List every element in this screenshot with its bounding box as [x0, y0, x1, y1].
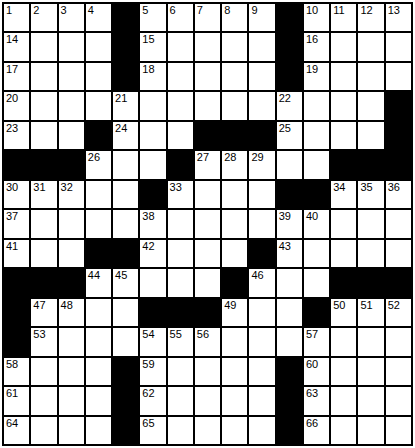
white-cell[interactable]	[195, 181, 220, 208]
white-cell[interactable]	[249, 63, 274, 90]
clue-number: 16	[306, 33, 318, 46]
black-cell	[113, 417, 138, 444]
white-cell[interactable]	[195, 269, 220, 296]
black-cell	[140, 181, 165, 208]
white-cell[interactable]: 33	[168, 181, 193, 208]
white-cell[interactable]: 49	[222, 299, 247, 326]
white-cell[interactable]	[386, 240, 411, 267]
black-cell	[168, 299, 193, 326]
clue-number: 42	[142, 240, 154, 253]
white-cell[interactable]	[31, 210, 56, 237]
clue-number: 64	[6, 417, 18, 430]
clue-number: 13	[388, 4, 400, 17]
clue-number: 45	[115, 269, 127, 282]
white-cell[interactable]	[304, 240, 329, 267]
black-cell	[386, 122, 411, 149]
clue-number: 35	[360, 181, 372, 194]
clue-number: 19	[306, 63, 318, 76]
black-cell	[31, 269, 56, 296]
white-cell[interactable]	[358, 240, 383, 267]
white-cell[interactable]	[113, 328, 138, 355]
white-cell[interactable]	[222, 33, 247, 60]
white-cell[interactable]	[31, 122, 56, 149]
clue-number: 34	[333, 181, 345, 194]
clue-number: 2	[33, 4, 39, 17]
clue-number: 5	[142, 4, 148, 17]
white-cell[interactable]: 23	[4, 122, 29, 149]
white-cell[interactable]: 5	[140, 4, 165, 31]
white-cell[interactable]: 32	[59, 181, 84, 208]
white-cell[interactable]: 12	[358, 4, 383, 31]
white-cell[interactable]: 24	[113, 122, 138, 149]
white-cell[interactable]: 55	[168, 328, 193, 355]
clue-number: 48	[61, 299, 73, 312]
clue-number: 18	[142, 63, 154, 76]
white-cell[interactable]	[59, 122, 84, 149]
white-cell[interactable]	[386, 33, 411, 60]
white-cell[interactable]: 47	[31, 299, 56, 326]
white-cell[interactable]	[358, 417, 383, 444]
clue-number: 61	[6, 387, 18, 400]
white-cell[interactable]	[86, 299, 111, 326]
white-cell[interactable]	[31, 417, 56, 444]
white-cell[interactable]	[168, 33, 193, 60]
clue-number: 25	[279, 122, 291, 135]
white-cell[interactable]: 8	[222, 4, 247, 31]
black-cell	[59, 151, 84, 178]
clue-number: 49	[224, 299, 236, 312]
white-cell[interactable]: 44	[86, 269, 111, 296]
white-cell[interactable]	[86, 417, 111, 444]
clue-number: 21	[115, 92, 127, 105]
white-cell[interactable]	[249, 33, 274, 60]
black-cell	[113, 240, 138, 267]
clue-number: 56	[197, 328, 209, 341]
white-cell[interactable]	[31, 92, 56, 119]
white-cell[interactable]: 2	[31, 4, 56, 31]
white-cell[interactable]: 19	[304, 63, 329, 90]
clue-number: 20	[6, 92, 18, 105]
white-cell[interactable]: 34	[331, 181, 356, 208]
black-cell	[59, 269, 84, 296]
white-cell[interactable]: 43	[277, 240, 302, 267]
white-cell[interactable]: 36	[386, 181, 411, 208]
white-cell[interactable]	[140, 122, 165, 149]
white-cell[interactable]	[222, 417, 247, 444]
white-cell[interactable]	[222, 63, 247, 90]
clue-number: 3	[61, 4, 67, 17]
clue-number: 30	[6, 181, 18, 194]
white-cell[interactable]	[331, 417, 356, 444]
white-cell[interactable]	[304, 122, 329, 149]
black-cell	[277, 33, 302, 60]
clue-number: 46	[251, 269, 263, 282]
white-cell[interactable]	[249, 210, 274, 237]
white-cell[interactable]	[59, 387, 84, 414]
white-cell[interactable]	[358, 33, 383, 60]
white-cell[interactable]	[168, 122, 193, 149]
black-cell	[4, 269, 29, 296]
white-cell[interactable]	[222, 92, 247, 119]
white-cell[interactable]: 25	[277, 122, 302, 149]
white-cell[interactable]	[358, 122, 383, 149]
white-cell[interactable]: 60	[304, 358, 329, 385]
clue-number: 59	[142, 358, 154, 371]
white-cell[interactable]	[222, 358, 247, 385]
clue-number: 10	[306, 4, 318, 17]
white-cell[interactable]: 15	[140, 33, 165, 60]
white-cell[interactable]	[304, 269, 329, 296]
white-cell[interactable]	[168, 269, 193, 296]
white-cell[interactable]: 7	[195, 4, 220, 31]
clue-number: 62	[142, 387, 154, 400]
white-cell[interactable]	[331, 63, 356, 90]
white-cell[interactable]	[86, 387, 111, 414]
black-cell	[195, 122, 220, 149]
white-cell[interactable]: 64	[4, 417, 29, 444]
white-cell[interactable]	[195, 417, 220, 444]
white-cell[interactable]: 3	[59, 4, 84, 31]
white-cell[interactable]: 22	[277, 92, 302, 119]
white-cell[interactable]	[86, 33, 111, 60]
clue-number: 28	[224, 151, 236, 164]
clue-number: 39	[279, 210, 291, 223]
black-cell	[304, 299, 329, 326]
white-cell[interactable]	[168, 63, 193, 90]
white-cell[interactable]: 11	[331, 4, 356, 31]
white-cell[interactable]	[358, 210, 383, 237]
white-cell[interactable]	[168, 358, 193, 385]
clue-number: 51	[360, 299, 372, 312]
clue-number: 58	[6, 358, 18, 371]
white-cell[interactable]	[31, 387, 56, 414]
clue-number: 40	[306, 210, 318, 223]
black-cell	[31, 151, 56, 178]
black-cell	[222, 122, 247, 149]
white-cell[interactable]	[195, 63, 220, 90]
white-cell[interactable]: 18	[140, 63, 165, 90]
white-cell[interactable]: 52	[386, 299, 411, 326]
white-cell[interactable]	[222, 240, 247, 267]
clue-number: 4	[88, 4, 94, 17]
white-cell[interactable]	[304, 151, 329, 178]
white-cell[interactable]: 41	[4, 240, 29, 267]
white-cell[interactable]	[168, 92, 193, 119]
white-cell[interactable]: 38	[140, 210, 165, 237]
clue-number: 57	[306, 328, 318, 341]
white-cell[interactable]	[331, 358, 356, 385]
white-cell[interactable]	[195, 240, 220, 267]
black-cell	[304, 181, 329, 208]
clue-number: 32	[61, 181, 73, 194]
clue-number: 31	[33, 181, 45, 194]
clue-number: 22	[279, 92, 291, 105]
black-cell	[86, 122, 111, 149]
white-cell[interactable]	[358, 63, 383, 90]
white-cell[interactable]: 13	[386, 4, 411, 31]
clue-number: 33	[170, 181, 182, 194]
white-cell[interactable]	[249, 92, 274, 119]
clue-number: 38	[142, 210, 154, 223]
white-cell[interactable]: 48	[59, 299, 84, 326]
white-cell[interactable]	[113, 299, 138, 326]
white-cell[interactable]	[277, 151, 302, 178]
clue-number: 53	[33, 328, 45, 341]
white-cell[interactable]	[86, 63, 111, 90]
white-cell[interactable]	[249, 387, 274, 414]
crossword-grid: 1234567891011121314151617181920212223242…	[2, 2, 413, 446]
white-cell[interactable]	[31, 240, 56, 267]
clue-number: 1	[6, 4, 12, 17]
white-cell[interactable]	[195, 387, 220, 414]
black-cell	[277, 417, 302, 444]
white-cell[interactable]	[249, 417, 274, 444]
white-cell[interactable]: 54	[140, 328, 165, 355]
black-cell	[277, 4, 302, 31]
white-cell[interactable]: 66	[304, 417, 329, 444]
white-cell[interactable]	[195, 210, 220, 237]
black-cell	[168, 151, 193, 178]
black-cell	[277, 358, 302, 385]
page: 1234567891011121314151617181920212223242…	[0, 0, 415, 448]
clue-number: 44	[88, 269, 100, 282]
white-cell[interactable]	[222, 387, 247, 414]
clue-number: 66	[306, 417, 318, 430]
white-cell[interactable]	[331, 33, 356, 60]
white-cell[interactable]: 1	[4, 4, 29, 31]
black-cell	[386, 92, 411, 119]
white-cell[interactable]	[31, 63, 56, 90]
black-cell	[113, 63, 138, 90]
white-cell[interactable]	[59, 33, 84, 60]
white-cell[interactable]	[113, 151, 138, 178]
clue-number: 54	[142, 328, 154, 341]
white-cell[interactable]: 17	[4, 63, 29, 90]
white-cell[interactable]	[59, 92, 84, 119]
black-cell	[386, 269, 411, 296]
black-cell	[277, 63, 302, 90]
white-cell[interactable]	[168, 417, 193, 444]
white-cell[interactable]	[140, 92, 165, 119]
white-cell[interactable]	[86, 181, 111, 208]
white-cell[interactable]: 26	[86, 151, 111, 178]
white-cell[interactable]	[113, 181, 138, 208]
clue-number: 41	[6, 240, 18, 253]
white-cell[interactable]	[31, 33, 56, 60]
black-cell	[386, 151, 411, 178]
white-cell[interactable]	[168, 240, 193, 267]
white-cell[interactable]	[249, 299, 274, 326]
white-cell[interactable]	[304, 92, 329, 119]
white-cell[interactable]: 62	[140, 387, 165, 414]
white-cell[interactable]: 30	[4, 181, 29, 208]
white-cell[interactable]	[31, 358, 56, 385]
white-cell[interactable]: 31	[31, 181, 56, 208]
clue-number: 36	[388, 181, 400, 194]
white-cell[interactable]: 28	[222, 151, 247, 178]
white-cell[interactable]: 27	[195, 151, 220, 178]
clue-number: 47	[33, 299, 45, 312]
white-cell[interactable]: 21	[113, 92, 138, 119]
white-cell[interactable]	[358, 92, 383, 119]
white-cell[interactable]	[249, 358, 274, 385]
white-cell[interactable]: 4	[86, 4, 111, 31]
white-cell[interactable]	[386, 358, 411, 385]
white-cell[interactable]	[168, 210, 193, 237]
clue-number: 55	[170, 328, 182, 341]
black-cell	[113, 4, 138, 31]
clue-number: 60	[306, 358, 318, 371]
white-cell[interactable]	[277, 299, 302, 326]
white-cell[interactable]	[168, 387, 193, 414]
white-cell[interactable]	[277, 269, 302, 296]
white-cell[interactable]: 61	[4, 387, 29, 414]
white-cell[interactable]	[86, 328, 111, 355]
white-cell[interactable]	[386, 210, 411, 237]
clue-number: 52	[388, 299, 400, 312]
black-cell	[195, 299, 220, 326]
clue-number: 29	[251, 151, 263, 164]
white-cell[interactable]: 20	[4, 92, 29, 119]
black-cell	[277, 181, 302, 208]
clue-number: 23	[6, 122, 18, 135]
white-cell[interactable]: 65	[140, 417, 165, 444]
white-cell[interactable]	[86, 210, 111, 237]
white-cell[interactable]	[386, 328, 411, 355]
white-cell[interactable]	[331, 210, 356, 237]
black-cell	[4, 151, 29, 178]
white-cell[interactable]: 53	[31, 328, 56, 355]
white-cell[interactable]: 16	[304, 33, 329, 60]
white-cell[interactable]: 51	[358, 299, 383, 326]
white-cell[interactable]	[195, 92, 220, 119]
white-cell[interactable]	[59, 417, 84, 444]
clue-number: 14	[6, 33, 18, 46]
white-cell[interactable]: 56	[195, 328, 220, 355]
white-cell[interactable]	[249, 328, 274, 355]
white-cell[interactable]: 14	[4, 33, 29, 60]
clue-number: 65	[142, 417, 154, 430]
white-cell[interactable]	[249, 181, 274, 208]
black-cell	[249, 122, 274, 149]
white-cell[interactable]	[386, 387, 411, 414]
white-cell[interactable]	[59, 210, 84, 237]
white-cell[interactable]: 50	[331, 299, 356, 326]
black-cell	[113, 387, 138, 414]
white-cell[interactable]	[222, 328, 247, 355]
black-cell	[113, 358, 138, 385]
white-cell[interactable]	[331, 122, 356, 149]
white-cell[interactable]: 58	[4, 358, 29, 385]
white-cell[interactable]	[331, 240, 356, 267]
clue-number: 15	[142, 33, 154, 46]
black-cell	[113, 33, 138, 60]
white-cell[interactable]: 9	[249, 4, 274, 31]
black-cell	[222, 269, 247, 296]
black-cell	[140, 299, 165, 326]
black-cell	[4, 299, 29, 326]
clue-number: 43	[279, 240, 291, 253]
white-cell[interactable]	[59, 328, 84, 355]
white-cell[interactable]	[222, 210, 247, 237]
clue-number: 26	[88, 151, 100, 164]
black-cell	[331, 151, 356, 178]
white-cell[interactable]: 46	[249, 269, 274, 296]
white-cell[interactable]	[277, 328, 302, 355]
white-cell[interactable]: 40	[304, 210, 329, 237]
white-cell[interactable]	[113, 210, 138, 237]
white-cell[interactable]: 35	[358, 181, 383, 208]
black-cell	[249, 240, 274, 267]
clue-number: 6	[170, 4, 176, 17]
black-cell	[331, 269, 356, 296]
clue-number: 7	[197, 4, 203, 17]
black-cell	[358, 269, 383, 296]
white-cell[interactable]	[331, 92, 356, 119]
white-cell[interactable]: 6	[168, 4, 193, 31]
white-cell[interactable]	[86, 92, 111, 119]
white-cell[interactable]: 59	[140, 358, 165, 385]
white-cell[interactable]: 63	[304, 387, 329, 414]
white-cell[interactable]	[59, 240, 84, 267]
clue-number: 24	[115, 122, 127, 135]
white-cell[interactable]	[386, 63, 411, 90]
black-cell	[86, 240, 111, 267]
white-cell[interactable]	[86, 358, 111, 385]
white-cell[interactable]: 10	[304, 4, 329, 31]
white-cell[interactable]	[222, 181, 247, 208]
clue-number: 11	[333, 4, 344, 17]
white-cell[interactable]: 42	[140, 240, 165, 267]
white-cell[interactable]	[331, 328, 356, 355]
white-cell[interactable]	[358, 358, 383, 385]
clue-number: 9	[251, 4, 257, 17]
white-cell[interactable]: 57	[304, 328, 329, 355]
black-cell	[358, 151, 383, 178]
white-cell[interactable]	[140, 269, 165, 296]
white-cell[interactable]: 37	[4, 210, 29, 237]
white-cell[interactable]	[386, 417, 411, 444]
clue-number: 27	[197, 151, 209, 164]
black-cell	[277, 387, 302, 414]
white-cell[interactable]	[195, 358, 220, 385]
clue-number: 63	[306, 387, 318, 400]
black-cell	[4, 328, 29, 355]
white-cell[interactable]: 29	[249, 151, 274, 178]
white-cell[interactable]	[140, 151, 165, 178]
clue-number: 12	[360, 4, 372, 17]
white-cell[interactable]	[59, 63, 84, 90]
clue-number: 17	[6, 63, 18, 76]
clue-number: 50	[333, 299, 345, 312]
white-cell[interactable]	[59, 358, 84, 385]
clue-number: 8	[224, 4, 230, 17]
white-cell[interactable]: 45	[113, 269, 138, 296]
white-cell[interactable]	[331, 387, 356, 414]
white-cell[interactable]	[195, 33, 220, 60]
white-cell[interactable]: 39	[277, 210, 302, 237]
white-cell[interactable]	[358, 387, 383, 414]
white-cell[interactable]	[358, 328, 383, 355]
clue-number: 37	[6, 210, 18, 223]
